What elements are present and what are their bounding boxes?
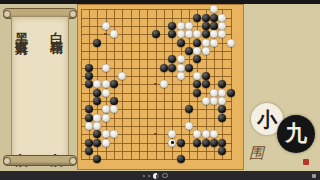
- stone-black: [168, 30, 176, 38]
- stone-black: [193, 14, 201, 22]
- stone-white: [102, 64, 110, 72]
- stone-white: [177, 30, 185, 38]
- stone-black: [185, 105, 193, 113]
- stone-black: [193, 139, 201, 147]
- stone-white: [102, 105, 110, 113]
- stone-white: [93, 114, 101, 122]
- go-app-screen: 白 崔精 九段 黑 申真谞 九段 小 九 围: [0, 0, 320, 180]
- black-player-rank: 九段: [15, 142, 28, 144]
- black-color-label: 黑: [15, 22, 28, 23]
- grid-line: [81, 126, 232, 127]
- stone-white: [93, 122, 101, 130]
- stone-white: [202, 39, 210, 47]
- stone-black: [85, 72, 93, 80]
- stone-black: [202, 72, 210, 80]
- stone-black: [177, 139, 185, 147]
- stone-white: [193, 47, 201, 55]
- stone-black: [185, 47, 193, 55]
- scroll-knob-icon: [3, 157, 11, 165]
- stone-white: [93, 80, 101, 88]
- scroll-knob-icon: [69, 10, 77, 18]
- stone-white: [210, 5, 218, 13]
- stone-black: [193, 39, 201, 47]
- stone-white: [177, 64, 185, 72]
- app-logo: 小 九 围: [249, 103, 317, 165]
- nav-dot-icon[interactable]: [143, 175, 145, 177]
- stone-white: [202, 97, 210, 105]
- scroll-knob-icon: [3, 10, 11, 18]
- stone-black: [218, 80, 226, 88]
- white-player-rank: 九段: [50, 142, 63, 144]
- stone-black: [218, 114, 226, 122]
- stone-black: [185, 64, 193, 72]
- stone-black: [193, 80, 201, 88]
- stone-white: [185, 22, 193, 30]
- stone-black: [93, 39, 101, 47]
- black-player-name: 申真谞: [15, 29, 28, 32]
- stone-black: [85, 80, 93, 88]
- right-side-panel: 小 九 围: [244, 4, 320, 171]
- scroll-banner: 白 崔精 九段 黑 申真谞 九段: [6, 8, 72, 166]
- stone-white: [85, 122, 93, 130]
- stone-black: [85, 139, 93, 147]
- stone-black: [227, 89, 235, 97]
- stone-black: [168, 64, 176, 72]
- stone-white: [227, 39, 235, 47]
- stone-black: [177, 39, 185, 47]
- stone-white: [218, 97, 226, 105]
- stone-white: [193, 130, 201, 138]
- stone-black: [160, 64, 168, 72]
- stone-white: [210, 89, 218, 97]
- stone-black: [85, 105, 93, 113]
- playback-controls[interactable]: [143, 171, 168, 180]
- playback-bar: [0, 171, 320, 180]
- stone-black: [202, 139, 210, 147]
- stone-white: [110, 105, 118, 113]
- white-color-label: 白: [50, 22, 63, 23]
- stone-white: [177, 55, 185, 63]
- scroll-bottom-roller: [3, 155, 77, 166]
- stone-white: [218, 22, 226, 30]
- stone-black: [152, 30, 160, 38]
- stone-black: [110, 97, 118, 105]
- stone-white: [210, 39, 218, 47]
- stone-black: [85, 147, 93, 155]
- menu-icon[interactable]: [312, 174, 317, 179]
- stone-black: [210, 14, 218, 22]
- stone-black: [193, 55, 201, 63]
- stone-white: [218, 14, 226, 22]
- white-player-name: 崔精: [50, 29, 63, 31]
- stone-white: [185, 122, 193, 130]
- stone-white: [193, 30, 201, 38]
- stone-black: [193, 89, 201, 97]
- stone-black: [85, 114, 93, 122]
- grid-line: [81, 151, 232, 152]
- stone-white: [202, 130, 210, 138]
- stone-black: [218, 147, 226, 155]
- stone-white: [193, 72, 201, 80]
- stone-white: [218, 30, 226, 38]
- stone-white: [210, 30, 218, 38]
- player-info-panel: 白 崔精 九段 黑 申真谞 九段: [0, 4, 77, 171]
- stone-black: [202, 30, 210, 38]
- stone-white: [168, 139, 176, 147]
- stone-black: [93, 97, 101, 105]
- logo-top-char: 小: [257, 106, 277, 133]
- stone-white: [185, 30, 193, 38]
- logo-script-char: 围: [249, 144, 264, 163]
- stone-white: [110, 130, 118, 138]
- stone-black: [168, 22, 176, 30]
- stone-black: [177, 155, 185, 163]
- stone-toggle-icon[interactable]: [153, 173, 159, 179]
- black-player-column: 黑 申真谞 九段: [15, 22, 28, 144]
- stone-black: [93, 130, 101, 138]
- scroll-knob-icon: [69, 157, 77, 165]
- stone-black: [110, 80, 118, 88]
- logo-red-seal-icon: [303, 159, 309, 165]
- stone-white: [102, 22, 110, 30]
- stone-white: [102, 89, 110, 97]
- logo-bottom-char: 九: [285, 119, 307, 149]
- stone-black: [202, 14, 210, 22]
- stone-white: [168, 130, 176, 138]
- stone-black: [93, 89, 101, 97]
- stone-white: [118, 72, 126, 80]
- nav-dot-icon[interactable]: [148, 175, 150, 177]
- stone-white: [102, 114, 110, 122]
- stone-white: [218, 89, 226, 97]
- stone-white: [210, 130, 218, 138]
- stone-black: [202, 22, 210, 30]
- stone-black: [93, 155, 101, 163]
- stone-black: [93, 139, 101, 147]
- stone-white: [102, 80, 110, 88]
- stone-white: [202, 47, 210, 55]
- stone-black: [218, 139, 226, 147]
- stone-white: [102, 139, 110, 147]
- stone-white: [110, 30, 118, 38]
- stone-black: [218, 105, 226, 113]
- white-player-column: 白 崔精 九段: [50, 22, 63, 144]
- stone-white: [177, 72, 185, 80]
- grid-line: [231, 9, 232, 160]
- stone-black: [202, 80, 210, 88]
- stone-white: [210, 97, 218, 105]
- nav-circle-icon[interactable]: [162, 173, 168, 179]
- last-move-marker: [171, 141, 174, 144]
- stone-black: [168, 55, 176, 63]
- stone-white: [160, 80, 168, 88]
- stone-black: [210, 139, 218, 147]
- grid-line: [81, 159, 232, 160]
- stone-white: [177, 22, 185, 30]
- go-board[interactable]: [77, 4, 244, 170]
- logo-black-stone-icon: 九: [277, 115, 315, 153]
- stone-black: [210, 22, 218, 30]
- stone-white: [102, 130, 110, 138]
- stone-black: [85, 64, 93, 72]
